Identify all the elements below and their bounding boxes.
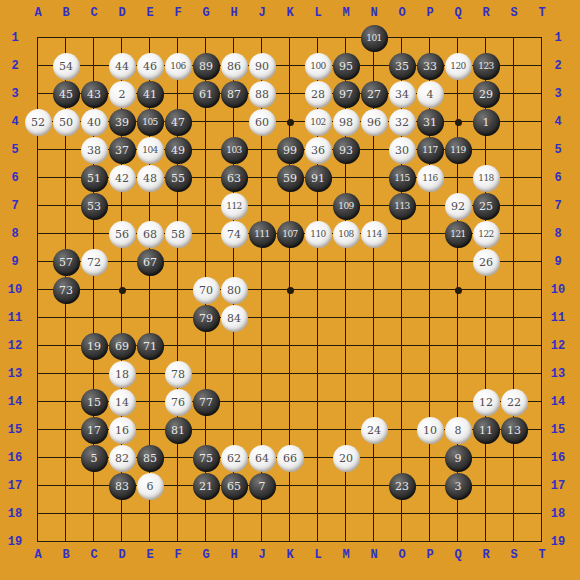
- board-point-Q13[interactable]: [444, 360, 472, 388]
- stone-white-96-N4: 96: [361, 109, 388, 136]
- board-point-M9[interactable]: [332, 248, 360, 276]
- bottom-column-label-E: E: [136, 549, 164, 562]
- stone-black-87-H3: 87: [221, 81, 248, 108]
- board-point-D18[interactable]: [108, 500, 136, 528]
- stone-white-102-L4: 102: [305, 109, 332, 136]
- stone-move-number: 121: [450, 230, 466, 239]
- stone-move-number: 35: [395, 61, 409, 72]
- board-point-R16[interactable]: [472, 444, 500, 472]
- board-point-B16[interactable]: [52, 444, 80, 472]
- board-point-L15[interactable]: [304, 416, 332, 444]
- board-point-P12[interactable]: [416, 332, 444, 360]
- board-point-B5[interactable]: [52, 136, 80, 164]
- board-point-N12[interactable]: [360, 332, 388, 360]
- stone-move-number: 86: [227, 61, 241, 72]
- stone-black-97-M3: 97: [333, 81, 360, 108]
- board-point-Q1[interactable]: [444, 24, 472, 52]
- board-point-L7[interactable]: [304, 192, 332, 220]
- bottom-column-label-F: F: [164, 549, 192, 562]
- board-point-R1[interactable]: [472, 24, 500, 52]
- stone-white-24-N15: 24: [361, 417, 388, 444]
- stone-black-77-G14: 77: [193, 389, 220, 416]
- stone-black-41-E3: 41: [137, 81, 164, 108]
- stone-white-74-H8: 74: [221, 221, 248, 248]
- left-row-label-10: 10: [3, 283, 27, 297]
- board-point-R18[interactable]: [472, 500, 500, 528]
- top-column-label-K: K: [276, 7, 304, 20]
- board-point-K15[interactable]: [276, 416, 304, 444]
- board-point-P16[interactable]: [416, 444, 444, 472]
- board-point-O18[interactable]: [388, 500, 416, 528]
- board-point-C1[interactable]: [80, 24, 108, 52]
- left-row-label-1: 1: [3, 31, 27, 45]
- stone-move-number: 27: [367, 89, 381, 100]
- board-point-F3[interactable]: [164, 80, 192, 108]
- board-point-C8[interactable]: [80, 220, 108, 248]
- board-point-L1[interactable]: [304, 24, 332, 52]
- board-point-M1[interactable]: [332, 24, 360, 52]
- board-point-H15[interactable]: [220, 416, 248, 444]
- stone-black-93-M5: 93: [333, 137, 360, 164]
- board-point-H1[interactable]: [220, 24, 248, 52]
- board-point-P8[interactable]: [416, 220, 444, 248]
- board-point-R5[interactable]: [472, 136, 500, 164]
- board-point-O8[interactable]: [388, 220, 416, 248]
- stone-move-number: 108: [338, 230, 354, 239]
- board-point-O14[interactable]: [388, 388, 416, 416]
- bottom-column-label-Q: Q: [444, 549, 472, 562]
- board-point-K18[interactable]: [276, 500, 304, 528]
- stone-white-104-E5: 104: [137, 137, 164, 164]
- board-point-M12[interactable]: [332, 332, 360, 360]
- left-row-label-9: 9: [3, 255, 27, 269]
- board-point-L18[interactable]: [304, 500, 332, 528]
- board-point-G18[interactable]: [192, 500, 220, 528]
- board-point-L9[interactable]: [304, 248, 332, 276]
- stone-black-53-C7: 53: [81, 193, 108, 220]
- board-point-A1[interactable]: [24, 24, 52, 52]
- board-point-K7[interactable]: [276, 192, 304, 220]
- board-point-E7[interactable]: [136, 192, 164, 220]
- stone-move-number: 22: [507, 397, 521, 408]
- star-point-Q4: [455, 119, 462, 126]
- board-point-G13[interactable]: [192, 360, 220, 388]
- stone-white-80-H10: 80: [221, 277, 248, 304]
- stone-move-number: 5: [91, 453, 98, 464]
- board-point-L14[interactable]: [304, 388, 332, 416]
- stone-move-number: 51: [87, 173, 101, 184]
- board-point-O13[interactable]: [388, 360, 416, 388]
- board-point-S18[interactable]: [500, 500, 528, 528]
- board-point-K9[interactable]: [276, 248, 304, 276]
- board-point-A16[interactable]: [24, 444, 52, 472]
- board-point-L11[interactable]: [304, 304, 332, 332]
- board-point-B17[interactable]: [52, 472, 80, 500]
- board-point-Q6[interactable]: [444, 164, 472, 192]
- bottom-column-label-J: J: [248, 549, 276, 562]
- board-point-J9[interactable]: [248, 248, 276, 276]
- board-point-P14[interactable]: [416, 388, 444, 416]
- board-point-C17[interactable]: [80, 472, 108, 500]
- stone-move-number: 32: [395, 117, 409, 128]
- board-point-J13[interactable]: [248, 360, 276, 388]
- right-row-label-8: 8: [546, 227, 570, 241]
- board-point-G7[interactable]: [192, 192, 220, 220]
- board-point-M13[interactable]: [332, 360, 360, 388]
- board-point-O9[interactable]: [388, 248, 416, 276]
- board-point-E14[interactable]: [136, 388, 164, 416]
- stone-white-108-M8: 108: [333, 221, 360, 248]
- board-point-A5[interactable]: [24, 136, 52, 164]
- board-point-P9[interactable]: [416, 248, 444, 276]
- board-point-S16[interactable]: [500, 444, 528, 472]
- right-row-label-6: 6: [546, 171, 570, 185]
- board-point-G15[interactable]: [192, 416, 220, 444]
- stone-move-number: 85: [143, 453, 157, 464]
- stone-white-40-C4: 40: [81, 109, 108, 136]
- bottom-column-label-B: B: [52, 549, 80, 562]
- stone-move-number: 58: [171, 229, 185, 240]
- board-point-N13[interactable]: [360, 360, 388, 388]
- stone-move-number: 16: [115, 425, 129, 436]
- stone-black-101-N1: 101: [361, 25, 388, 52]
- board-point-C13[interactable]: [80, 360, 108, 388]
- stone-white-88-J3: 88: [249, 81, 276, 108]
- stone-white-110-L8: 110: [305, 221, 332, 248]
- stone-black-39-D4: 39: [109, 109, 136, 136]
- board-point-E18[interactable]: [136, 500, 164, 528]
- board-point-K3[interactable]: [276, 80, 304, 108]
- board-point-F16[interactable]: [164, 444, 192, 472]
- board-point-A15[interactable]: [24, 416, 52, 444]
- stone-white-12-R14: 12: [473, 389, 500, 416]
- board-point-S2[interactable]: [500, 52, 528, 80]
- board-point-P10[interactable]: [416, 276, 444, 304]
- board-point-J15[interactable]: [248, 416, 276, 444]
- board-point-R10[interactable]: [472, 276, 500, 304]
- board-point-M11[interactable]: [332, 304, 360, 332]
- board-point-F12[interactable]: [164, 332, 192, 360]
- board-point-O11[interactable]: [388, 304, 416, 332]
- bottom-column-label-K: K: [276, 549, 304, 562]
- stone-move-number: 9: [455, 453, 462, 464]
- board-point-Q18[interactable]: [444, 500, 472, 528]
- board-point-C2[interactable]: [80, 52, 108, 80]
- board-point-K1[interactable]: [276, 24, 304, 52]
- board-point-J11[interactable]: [248, 304, 276, 332]
- stone-white-98-M4: 98: [333, 109, 360, 136]
- stone-move-number: 30: [395, 145, 409, 156]
- board-point-J5[interactable]: [248, 136, 276, 164]
- board-point-J18[interactable]: [248, 500, 276, 528]
- board-point-K11[interactable]: [276, 304, 304, 332]
- board-point-B14[interactable]: [52, 388, 80, 416]
- board-point-B12[interactable]: [52, 332, 80, 360]
- board-point-A18[interactable]: [24, 500, 52, 528]
- board-point-L17[interactable]: [304, 472, 332, 500]
- board-point-Q3[interactable]: [444, 80, 472, 108]
- board-point-H18[interactable]: [220, 500, 248, 528]
- board-point-D9[interactable]: [108, 248, 136, 276]
- stone-white-82-D16: 82: [109, 445, 136, 472]
- board-point-J6[interactable]: [248, 164, 276, 192]
- board-point-Q9[interactable]: [444, 248, 472, 276]
- right-row-label-15: 15: [546, 423, 570, 437]
- stone-white-58-F8: 58: [165, 221, 192, 248]
- stone-black-117-P5: 117: [417, 137, 444, 164]
- board-point-R13[interactable]: [472, 360, 500, 388]
- stone-move-number: 41: [143, 89, 157, 100]
- board-point-E13[interactable]: [136, 360, 164, 388]
- board-point-H12[interactable]: [220, 332, 248, 360]
- stone-white-114-N8: 114: [361, 221, 388, 248]
- stone-move-number: 40: [87, 117, 101, 128]
- board-point-B1[interactable]: [52, 24, 80, 52]
- stone-black-71-E12: 71: [137, 333, 164, 360]
- board-point-B7[interactable]: [52, 192, 80, 220]
- board-point-M17[interactable]: [332, 472, 360, 500]
- stone-move-number: 73: [59, 285, 73, 296]
- board-point-A13[interactable]: [24, 360, 52, 388]
- board-point-N16[interactable]: [360, 444, 388, 472]
- board-point-A3[interactable]: [24, 80, 52, 108]
- board-point-O10[interactable]: [388, 276, 416, 304]
- board-point-O1[interactable]: [388, 24, 416, 52]
- board-point-G5[interactable]: [192, 136, 220, 164]
- bottom-column-label-P: P: [416, 549, 444, 562]
- board-point-S6[interactable]: [500, 164, 528, 192]
- board-point-J1[interactable]: [248, 24, 276, 52]
- board-point-A7[interactable]: [24, 192, 52, 220]
- board-point-M15[interactable]: [332, 416, 360, 444]
- stone-black-115-O6: 115: [389, 165, 416, 192]
- board-point-A9[interactable]: [24, 248, 52, 276]
- board-point-D7[interactable]: [108, 192, 136, 220]
- board-point-O16[interactable]: [388, 444, 416, 472]
- board-point-N2[interactable]: [360, 52, 388, 80]
- board-point-C11[interactable]: [80, 304, 108, 332]
- stone-move-number: 97: [339, 89, 353, 100]
- board-point-Q12[interactable]: [444, 332, 472, 360]
- top-column-label-P: P: [416, 7, 444, 20]
- board-point-O15[interactable]: [388, 416, 416, 444]
- board-point-S11[interactable]: [500, 304, 528, 332]
- stone-move-number: 31: [423, 117, 437, 128]
- board-point-J10[interactable]: [248, 276, 276, 304]
- board-point-F18[interactable]: [164, 500, 192, 528]
- stone-white-112-H7: 112: [221, 193, 248, 220]
- stone-black-109-M7: 109: [333, 193, 360, 220]
- board-point-G4[interactable]: [192, 108, 220, 136]
- board-point-M14[interactable]: [332, 388, 360, 416]
- stone-white-106-F2: 106: [165, 53, 192, 80]
- board-point-B8[interactable]: [52, 220, 80, 248]
- stone-white-84-H11: 84: [221, 305, 248, 332]
- board-point-F11[interactable]: [164, 304, 192, 332]
- stone-black-113-O7: 113: [389, 193, 416, 220]
- board-point-S17[interactable]: [500, 472, 528, 500]
- board-point-L13[interactable]: [304, 360, 332, 388]
- stone-move-number: 112: [226, 202, 242, 211]
- board-point-N7[interactable]: [360, 192, 388, 220]
- board-point-C10[interactable]: [80, 276, 108, 304]
- board-point-J12[interactable]: [248, 332, 276, 360]
- board-point-S12[interactable]: [500, 332, 528, 360]
- stone-move-number: 63: [227, 173, 241, 184]
- board-point-N6[interactable]: [360, 164, 388, 192]
- board-point-G9[interactable]: [192, 248, 220, 276]
- left-row-label-17: 17: [3, 479, 27, 493]
- board-point-B6[interactable]: [52, 164, 80, 192]
- board-point-A2[interactable]: [24, 52, 52, 80]
- stone-white-16-D15: 16: [109, 417, 136, 444]
- board-point-N11[interactable]: [360, 304, 388, 332]
- board-point-P11[interactable]: [416, 304, 444, 332]
- board-point-S9[interactable]: [500, 248, 528, 276]
- stone-move-number: 93: [339, 145, 353, 156]
- board-point-N17[interactable]: [360, 472, 388, 500]
- board-point-S13[interactable]: [500, 360, 528, 388]
- stone-move-number: 88: [255, 89, 269, 100]
- stone-white-118-R6: 118: [473, 165, 500, 192]
- board-point-A11[interactable]: [24, 304, 52, 332]
- board-point-N5[interactable]: [360, 136, 388, 164]
- board-point-Q14[interactable]: [444, 388, 472, 416]
- board-point-K17[interactable]: [276, 472, 304, 500]
- stone-move-number: 19: [87, 341, 101, 352]
- board-point-G8[interactable]: [192, 220, 220, 248]
- board-point-H4[interactable]: [220, 108, 248, 136]
- board-point-A12[interactable]: [24, 332, 52, 360]
- board-point-E10[interactable]: [136, 276, 164, 304]
- board-point-O12[interactable]: [388, 332, 416, 360]
- board-point-M18[interactable]: [332, 500, 360, 528]
- board-point-E11[interactable]: [136, 304, 164, 332]
- stone-move-number: 24: [367, 425, 381, 436]
- board-point-B18[interactable]: [52, 500, 80, 528]
- board-point-R12[interactable]: [472, 332, 500, 360]
- stone-move-number: 66: [283, 453, 297, 464]
- board-point-J14[interactable]: [248, 388, 276, 416]
- board-point-H13[interactable]: [220, 360, 248, 388]
- board-point-M10[interactable]: [332, 276, 360, 304]
- board-point-S5[interactable]: [500, 136, 528, 164]
- board-point-K13[interactable]: [276, 360, 304, 388]
- board-point-A6[interactable]: [24, 164, 52, 192]
- board-point-G6[interactable]: [192, 164, 220, 192]
- top-column-label-Q: Q: [444, 7, 472, 20]
- board-point-S1[interactable]: [500, 24, 528, 52]
- board-point-F17[interactable]: [164, 472, 192, 500]
- stone-black-49-F5: 49: [165, 137, 192, 164]
- stone-move-number: 37: [115, 145, 129, 156]
- board-point-F7[interactable]: [164, 192, 192, 220]
- board-point-N14[interactable]: [360, 388, 388, 416]
- stone-move-number: 34: [395, 89, 409, 100]
- board-point-F9[interactable]: [164, 248, 192, 276]
- board-point-P13[interactable]: [416, 360, 444, 388]
- board-point-K2[interactable]: [276, 52, 304, 80]
- stone-move-number: 25: [479, 201, 493, 212]
- board-point-P18[interactable]: [416, 500, 444, 528]
- stone-move-number: 83: [115, 481, 129, 492]
- board-point-K12[interactable]: [276, 332, 304, 360]
- board-point-L12[interactable]: [304, 332, 332, 360]
- stone-move-number: 104: [142, 146, 158, 155]
- board-point-N18[interactable]: [360, 500, 388, 528]
- board-point-S10[interactable]: [500, 276, 528, 304]
- stone-black-83-D17: 83: [109, 473, 136, 500]
- board-point-D1[interactable]: [108, 24, 136, 52]
- stone-white-10-P15: 10: [417, 417, 444, 444]
- board-point-R11[interactable]: [472, 304, 500, 332]
- board-point-P1[interactable]: [416, 24, 444, 52]
- board-point-A10[interactable]: [24, 276, 52, 304]
- bottom-column-label-G: G: [192, 549, 220, 562]
- stone-move-number: 18: [115, 369, 129, 380]
- board-point-E1[interactable]: [136, 24, 164, 52]
- board-point-H9[interactable]: [220, 248, 248, 276]
- stone-white-78-F13: 78: [165, 361, 192, 388]
- stone-move-number: 26: [479, 257, 493, 268]
- board-point-P17[interactable]: [416, 472, 444, 500]
- board-point-B15[interactable]: [52, 416, 80, 444]
- board-point-K14[interactable]: [276, 388, 304, 416]
- board-point-N10[interactable]: [360, 276, 388, 304]
- board-point-A14[interactable]: [24, 388, 52, 416]
- board-point-Q11[interactable]: [444, 304, 472, 332]
- board-point-B13[interactable]: [52, 360, 80, 388]
- stone-black-31-P4: 31: [417, 109, 444, 136]
- stone-black-55-F6: 55: [165, 165, 192, 192]
- stone-white-18-D13: 18: [109, 361, 136, 388]
- stone-move-number: 60: [255, 117, 269, 128]
- board-point-C18[interactable]: [80, 500, 108, 528]
- board-point-A17[interactable]: [24, 472, 52, 500]
- board-point-S7[interactable]: [500, 192, 528, 220]
- board-point-H14[interactable]: [220, 388, 248, 416]
- board-point-F1[interactable]: [164, 24, 192, 52]
- board-point-F10[interactable]: [164, 276, 192, 304]
- stone-white-2-D3: 2: [109, 81, 136, 108]
- stone-white-28-L3: 28: [305, 81, 332, 108]
- board-point-A8[interactable]: [24, 220, 52, 248]
- stone-move-number: 75: [199, 453, 213, 464]
- stone-move-number: 56: [115, 229, 129, 240]
- right-row-label-19: 19: [546, 535, 570, 549]
- board-point-S8[interactable]: [500, 220, 528, 248]
- board-point-S4[interactable]: [500, 108, 528, 136]
- board-point-S3[interactable]: [500, 80, 528, 108]
- stone-move-number: 87: [227, 89, 241, 100]
- board-point-L16[interactable]: [304, 444, 332, 472]
- board-point-R17[interactable]: [472, 472, 500, 500]
- board-point-G1[interactable]: [192, 24, 220, 52]
- board-point-M6[interactable]: [332, 164, 360, 192]
- board-point-B11[interactable]: [52, 304, 80, 332]
- board-point-N9[interactable]: [360, 248, 388, 276]
- stone-move-number: 38: [87, 145, 101, 156]
- stone-black-91-L6: 91: [305, 165, 332, 192]
- board-point-G12[interactable]: [192, 332, 220, 360]
- board-point-D11[interactable]: [108, 304, 136, 332]
- board-point-J7[interactable]: [248, 192, 276, 220]
- board-point-P7[interactable]: [416, 192, 444, 220]
- stone-move-number: 53: [87, 201, 101, 212]
- board-point-L10[interactable]: [304, 276, 332, 304]
- stone-move-number: 76: [171, 397, 185, 408]
- board-point-E15[interactable]: [136, 416, 164, 444]
